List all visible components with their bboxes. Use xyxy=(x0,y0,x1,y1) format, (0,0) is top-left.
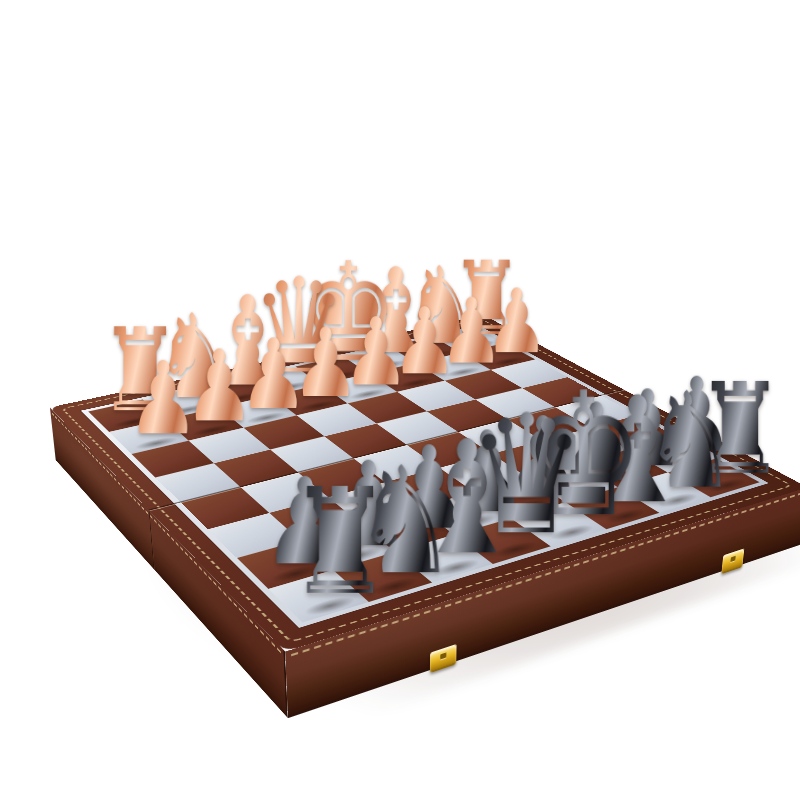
product-photo: ♜♞♝♛♚♝♞♜♟♟♟♟♟♟♟♟♟♟♟♟♟♟♟♟♜♞♝♛♚♝♞♜ xyxy=(0,0,800,800)
black-rook[interactable]: ♜ xyxy=(287,469,392,616)
white-pawn[interactable]: ♟ xyxy=(127,349,199,450)
chess-board-box: ♜♞♝♛♚♝♞♜♟♟♟♟♟♟♟♟♟♟♟♟♟♟♟♟♜♞♝♛♚♝♞♜ xyxy=(50,315,800,651)
